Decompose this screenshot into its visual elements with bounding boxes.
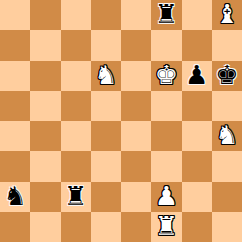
square-f3[interactable] <box>151 151 181 181</box>
square-f5[interactable] <box>151 91 181 121</box>
square-c2[interactable]: ♜ <box>61 182 91 212</box>
square-g2[interactable] <box>182 182 212 212</box>
square-d6[interactable]: ♞ <box>91 61 121 91</box>
square-e6[interactable] <box>121 61 151 91</box>
square-d2[interactable] <box>91 182 121 212</box>
chess-board: ♜♝♞♚♟♚♞♞♜♟♜ <box>0 0 242 242</box>
square-h7[interactable] <box>212 30 242 60</box>
square-d8[interactable] <box>91 0 121 30</box>
square-h5[interactable] <box>212 91 242 121</box>
piece-black-rook: ♜ <box>155 1 178 27</box>
square-b8[interactable] <box>30 0 60 30</box>
piece-white-king: ♚ <box>155 62 178 88</box>
square-c7[interactable] <box>61 30 91 60</box>
square-c5[interactable] <box>61 91 91 121</box>
square-a5[interactable] <box>0 91 30 121</box>
square-c3[interactable] <box>61 151 91 181</box>
square-d1[interactable] <box>91 212 121 242</box>
piece-black-rook: ♜ <box>64 183 87 209</box>
square-f6[interactable]: ♚ <box>151 61 181 91</box>
piece-black-knight: ♞ <box>3 183 26 209</box>
square-f1[interactable]: ♜ <box>151 212 181 242</box>
square-c4[interactable] <box>61 121 91 151</box>
square-a1[interactable] <box>0 212 30 242</box>
square-a7[interactable] <box>0 30 30 60</box>
piece-white-bishop: ♝ <box>215 1 238 27</box>
square-f2[interactable]: ♟ <box>151 182 181 212</box>
square-e5[interactable] <box>121 91 151 121</box>
square-a3[interactable] <box>0 151 30 181</box>
square-b2[interactable] <box>30 182 60 212</box>
square-f7[interactable] <box>151 30 181 60</box>
square-g8[interactable] <box>182 0 212 30</box>
square-g4[interactable] <box>182 121 212 151</box>
square-b3[interactable] <box>30 151 60 181</box>
square-h8[interactable]: ♝ <box>212 0 242 30</box>
square-g1[interactable] <box>182 212 212 242</box>
square-e8[interactable] <box>121 0 151 30</box>
square-c8[interactable] <box>61 0 91 30</box>
square-d3[interactable] <box>91 151 121 181</box>
square-g6[interactable]: ♟ <box>182 61 212 91</box>
square-a4[interactable] <box>0 121 30 151</box>
piece-white-knight: ♞ <box>94 62 117 88</box>
square-c1[interactable] <box>61 212 91 242</box>
square-b6[interactable] <box>30 61 60 91</box>
piece-black-pawn: ♟ <box>185 62 208 88</box>
square-e4[interactable] <box>121 121 151 151</box>
square-e7[interactable] <box>121 30 151 60</box>
square-a8[interactable] <box>0 0 30 30</box>
square-h1[interactable] <box>212 212 242 242</box>
square-a6[interactable] <box>0 61 30 91</box>
piece-white-rook: ♜ <box>155 213 178 239</box>
square-c6[interactable] <box>61 61 91 91</box>
square-b7[interactable] <box>30 30 60 60</box>
piece-white-pawn: ♟ <box>155 183 178 209</box>
square-h4[interactable]: ♞ <box>212 121 242 151</box>
square-e3[interactable] <box>121 151 151 181</box>
square-g7[interactable] <box>182 30 212 60</box>
square-h6[interactable]: ♚ <box>212 61 242 91</box>
square-b4[interactable] <box>30 121 60 151</box>
square-b1[interactable] <box>30 212 60 242</box>
piece-white-knight: ♞ <box>215 122 238 148</box>
square-d7[interactable] <box>91 30 121 60</box>
square-f8[interactable]: ♜ <box>151 0 181 30</box>
square-g5[interactable] <box>182 91 212 121</box>
square-h3[interactable] <box>212 151 242 181</box>
square-e2[interactable] <box>121 182 151 212</box>
piece-black-king: ♚ <box>215 62 238 88</box>
square-h2[interactable] <box>212 182 242 212</box>
square-a2[interactable]: ♞ <box>0 182 30 212</box>
square-d5[interactable] <box>91 91 121 121</box>
square-g3[interactable] <box>182 151 212 181</box>
square-f4[interactable] <box>151 121 181 151</box>
square-e1[interactable] <box>121 212 151 242</box>
square-b5[interactable] <box>30 91 60 121</box>
square-d4[interactable] <box>91 121 121 151</box>
